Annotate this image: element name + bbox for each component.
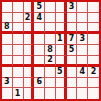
cell-r1c7[interactable]: 3 (67, 2, 78, 13)
given-digit: 3 (4, 78, 10, 86)
given-digit: 4 (80, 68, 86, 76)
cell-r4c4[interactable] (34, 34, 45, 45)
cell-r3c2[interactable] (13, 23, 24, 34)
cell-r5c4[interactable] (34, 45, 45, 56)
cell-r5c2[interactable] (13, 45, 24, 56)
given-digit: 1 (57, 35, 63, 43)
cell-r6c8[interactable] (77, 56, 88, 67)
cell-r4c3[interactable] (24, 34, 35, 45)
given-digit: 4 (36, 14, 42, 22)
cell-r9c1[interactable] (2, 88, 13, 99)
given-digit: 5 (36, 3, 42, 11)
cell-r8c7[interactable] (67, 78, 78, 89)
cell-r2c8[interactable] (77, 13, 88, 24)
cell-r8c3[interactable] (24, 78, 35, 89)
cell-r8c1[interactable]: 3 (2, 78, 13, 89)
given-digit: 2 (91, 68, 97, 76)
cell-r2c2[interactable] (13, 13, 24, 24)
cell-r2c6[interactable] (56, 13, 67, 24)
cell-r6c2[interactable] (13, 56, 24, 67)
cell-r2c3[interactable]: 2 (24, 13, 35, 24)
given-digit: 2 (25, 14, 31, 22)
cell-r5c1[interactable] (2, 45, 13, 56)
cell-r5c3[interactable] (24, 45, 35, 56)
cell-r3c4[interactable] (34, 23, 45, 34)
cell-r7c7[interactable] (67, 67, 78, 78)
cell-r9c3[interactable] (24, 88, 35, 99)
cell-r1c4[interactable]: 5 (34, 2, 45, 13)
given-digit: 8 (47, 46, 53, 54)
cell-r8c5[interactable] (45, 78, 56, 89)
cell-r5c7[interactable]: 5 (67, 45, 78, 56)
sudoku-board: 53248173852542361 (0, 0, 101, 101)
cell-r1c9[interactable] (88, 2, 99, 13)
cell-r3c5[interactable] (45, 23, 56, 34)
given-digit: 8 (4, 23, 10, 31)
cell-r9c6[interactable] (56, 88, 67, 99)
cell-r1c8[interactable] (77, 2, 88, 13)
cell-r8c8[interactable] (77, 78, 88, 89)
cell-r4c6[interactable]: 1 (56, 34, 67, 45)
given-digit: 2 (47, 56, 53, 64)
cell-r7c8[interactable]: 4 (77, 67, 88, 78)
cell-r5c9[interactable] (88, 45, 99, 56)
cell-r9c2[interactable]: 1 (13, 88, 24, 99)
cell-r9c4[interactable] (34, 88, 45, 99)
cell-r9c5[interactable] (45, 88, 56, 99)
given-digit: 7 (69, 35, 75, 43)
cell-r6c1[interactable] (2, 56, 13, 67)
cell-r6c7[interactable] (67, 56, 78, 67)
cell-r7c1[interactable] (2, 67, 13, 78)
given-digit: 5 (69, 46, 75, 54)
cell-r5c6[interactable] (56, 45, 67, 56)
cell-r4c1[interactable] (2, 34, 13, 45)
cell-r6c6[interactable] (56, 56, 67, 67)
cell-r5c8[interactable] (77, 45, 88, 56)
cell-r1c5[interactable] (45, 2, 56, 13)
cell-r7c6[interactable]: 5 (56, 67, 67, 78)
cell-r3c1[interactable]: 8 (2, 23, 13, 34)
given-digit: 3 (80, 35, 86, 43)
cell-r9c8[interactable] (77, 88, 88, 99)
given-digit: 3 (69, 3, 75, 11)
cell-r9c7[interactable] (67, 88, 78, 99)
cell-r7c3[interactable] (24, 67, 35, 78)
cell-r6c4[interactable] (34, 56, 45, 67)
cell-r3c8[interactable] (77, 23, 88, 34)
cell-r9c9[interactable] (88, 88, 99, 99)
cell-r8c9[interactable] (88, 78, 99, 89)
given-digit: 5 (57, 68, 63, 76)
cell-r3c3[interactable] (24, 23, 35, 34)
given-digit: 1 (15, 90, 21, 98)
cell-r4c5[interactable] (45, 34, 56, 45)
cell-r8c2[interactable] (13, 78, 24, 89)
cell-r4c8[interactable]: 3 (77, 34, 88, 45)
cell-r7c4[interactable] (34, 67, 45, 78)
cell-r2c5[interactable] (45, 13, 56, 24)
cell-r1c1[interactable] (2, 2, 13, 13)
cell-r2c9[interactable] (88, 13, 99, 24)
cell-r2c4[interactable]: 4 (34, 13, 45, 24)
cell-r6c9[interactable] (88, 56, 99, 67)
cell-r4c2[interactable] (13, 34, 24, 45)
cell-r3c7[interactable] (67, 23, 78, 34)
cell-r3c6[interactable] (56, 23, 67, 34)
cell-r1c2[interactable] (13, 2, 24, 13)
cell-r7c9[interactable]: 2 (88, 67, 99, 78)
cell-r3c9[interactable] (88, 23, 99, 34)
cell-r7c2[interactable] (13, 67, 24, 78)
cell-r1c6[interactable] (56, 2, 67, 13)
cell-r8c6[interactable] (56, 78, 67, 89)
cell-r4c7[interactable]: 7 (67, 34, 78, 45)
cell-r1c3[interactable] (24, 2, 35, 13)
cell-r4c9[interactable] (88, 34, 99, 45)
cell-r2c7[interactable] (67, 13, 78, 24)
given-digit: 6 (36, 78, 42, 86)
cell-r7c5[interactable] (45, 67, 56, 78)
cell-r6c5[interactable]: 2 (45, 56, 56, 67)
cell-r6c3[interactable] (24, 56, 35, 67)
cell-r8c4[interactable]: 6 (34, 78, 45, 89)
